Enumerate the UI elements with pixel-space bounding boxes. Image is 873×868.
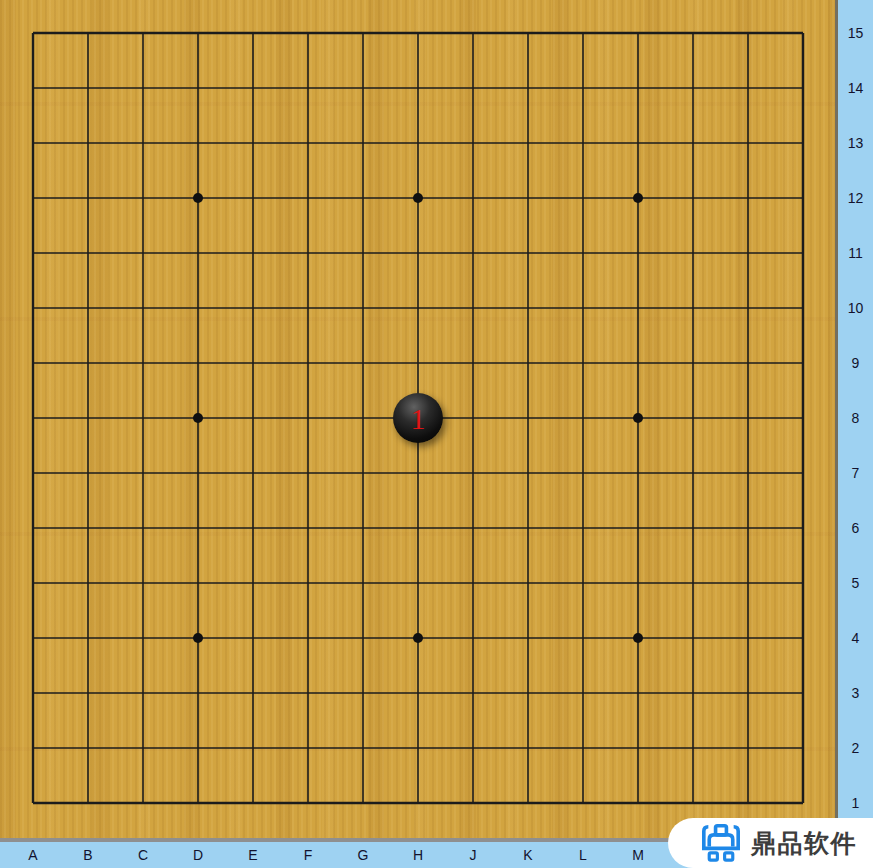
star-point-h12: [413, 193, 423, 203]
column-label-j: J: [470, 847, 477, 863]
row-label-4: 4: [838, 630, 873, 646]
star-point-d8: [193, 413, 203, 423]
column-label-b: B: [83, 847, 92, 863]
watermark-panel: 鼎品软件: [668, 818, 873, 868]
column-label-e: E: [248, 847, 257, 863]
star-point-m12: [633, 193, 643, 203]
row-label-10: 10: [838, 300, 873, 316]
column-label-m: M: [632, 847, 644, 863]
column-label-a: A: [28, 847, 37, 863]
star-point-d4: [193, 633, 203, 643]
row-label-5: 5: [838, 575, 873, 591]
row-label-7: 7: [838, 465, 873, 481]
row-label-15: 15: [838, 25, 873, 41]
row-label-12: 12: [838, 190, 873, 206]
column-label-l: L: [579, 847, 587, 863]
star-point-m8: [633, 413, 643, 423]
column-label-k: K: [523, 847, 532, 863]
row-label-2: 2: [838, 740, 873, 756]
column-label-f: F: [304, 847, 313, 863]
column-label-c: C: [138, 847, 148, 863]
column-label-h: H: [413, 847, 423, 863]
star-point-m4: [633, 633, 643, 643]
column-label-d: D: [193, 847, 203, 863]
row-label-6: 6: [838, 520, 873, 536]
watermark-text: 鼎品软件: [751, 827, 857, 860]
row-label-8: 8: [838, 410, 873, 426]
row-label-1: 1: [838, 795, 873, 811]
row-coordinate-strip: 151413121110987654321: [838, 0, 873, 868]
column-label-g: G: [358, 847, 369, 863]
dingpin-logo-icon: [701, 824, 741, 862]
row-label-3: 3: [838, 685, 873, 701]
row-label-14: 14: [838, 80, 873, 96]
star-point-d12: [193, 193, 203, 203]
row-label-13: 13: [838, 135, 873, 151]
move-number-label: 1: [411, 402, 426, 434]
star-point-h4: [413, 633, 423, 643]
stone-black-h8[interactable]: 1: [393, 393, 443, 443]
row-label-11: 11: [838, 245, 873, 261]
go-app-window: 1 151413121110987654321 ABCDEFGHJKLMNOP …: [0, 0, 873, 868]
row-label-9: 9: [838, 355, 873, 371]
